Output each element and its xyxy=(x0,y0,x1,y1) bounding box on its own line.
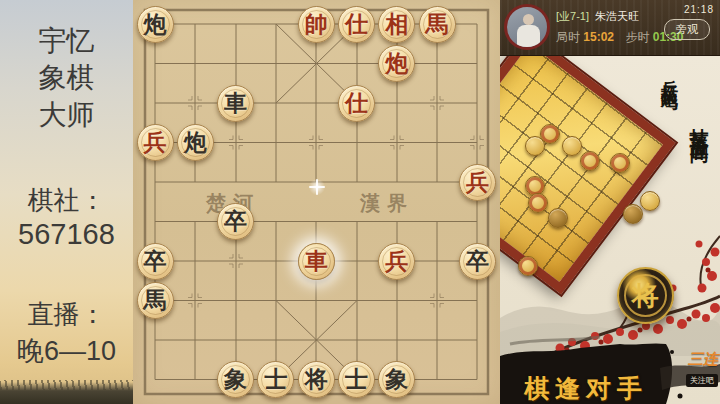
title-line-3: 大师 xyxy=(0,96,133,133)
spectate-button[interactable]: 旁观 xyxy=(664,19,710,40)
player-name: 朱浩天旺 xyxy=(595,10,639,22)
avatar-person-body xyxy=(517,25,540,49)
piece-red-兵-c8r4[interactable]: 兵 xyxy=(459,164,496,201)
calligraphy-inner: 兵挺炮鸣 xyxy=(658,66,681,86)
calligraphy-outer: 技艺盖世间 xyxy=(686,112,712,132)
decorative-poster: 兵挺炮鸣 技艺盖世间 将 棋逢对手 三连 关注吧 xyxy=(500,56,720,404)
avatar-person-head xyxy=(523,14,534,25)
club-number: 567168 xyxy=(0,218,133,251)
piece-black-士-c5r9[interactable]: 士 xyxy=(338,361,375,398)
piece-red-仕-c5r0[interactable]: 仕 xyxy=(338,6,375,43)
piece-red-相-c6r0[interactable]: 相 xyxy=(378,6,415,43)
piece-black-炮-c1r3[interactable]: 炮 xyxy=(177,124,214,161)
move-time-label: 步时 xyxy=(625,30,649,44)
piece-red-車-c4r6[interactable]: 車 xyxy=(298,243,335,280)
streamer-title: 宇忆 象棋 大师 xyxy=(0,22,133,133)
club-label: 棋社： xyxy=(0,183,133,218)
piece-black-卒-c8r6[interactable]: 卒 xyxy=(459,243,496,280)
game-time-label: 局时 xyxy=(556,30,580,44)
piece-red-仕-c5r2[interactable]: 仕 xyxy=(338,85,375,122)
piece-red-兵-c0r3[interactable]: 兵 xyxy=(137,124,174,161)
grass-silhouette xyxy=(0,382,133,404)
system-clock: 21:18 xyxy=(684,4,714,15)
piece-black-象-c2r9[interactable]: 象 xyxy=(217,361,254,398)
sparkle-effect xyxy=(309,179,325,195)
xiangqi-board[interactable]: 楚河 漢界 炮帥仕相馬炮車仕兵炮兵卒卒車兵卒馬象士将士象 xyxy=(133,0,500,404)
stream-watermark: 三连 关注吧 xyxy=(686,350,718,387)
player-rank: [业7-1] xyxy=(556,10,589,22)
stream-screenshot: 宇忆 象棋 大师 棋社： 567168 直播： 晚6—10 xyxy=(0,0,720,404)
piece-black-将-c4r9[interactable]: 将 xyxy=(298,361,335,398)
river-label-han: 漢界 xyxy=(342,190,432,217)
piece-black-車-c2r2[interactable]: 車 xyxy=(217,85,254,122)
title-line-2: 象棋 xyxy=(0,59,133,96)
live-time: 晚6—10 xyxy=(0,333,133,369)
right-panel: [业7-1] 朱浩天旺 局时 15:02 步时 01:30 21:18 旁观 xyxy=(500,0,720,404)
watermark-line2: 关注吧 xyxy=(686,374,718,387)
player-name-line: [业7-1] 朱浩天旺 xyxy=(556,9,639,24)
opponent-info-bar: [业7-1] 朱浩天旺 局时 15:02 步时 01:30 21:18 旁观 xyxy=(500,0,720,56)
piece-black-馬-c0r7[interactable]: 馬 xyxy=(137,282,174,319)
piece-black-卒-c2r5[interactable]: 卒 xyxy=(217,203,254,240)
piece-black-炮-c0r0[interactable]: 炮 xyxy=(137,6,174,43)
game-time-value: 15:02 xyxy=(583,30,614,44)
piece-red-馬-c7r0[interactable]: 馬 xyxy=(419,6,456,43)
general-piece-decoration: 将 xyxy=(617,267,674,324)
live-label: 直播： xyxy=(0,297,133,332)
title-line-1: 宇忆 xyxy=(0,22,133,59)
piece-black-卒-c0r6[interactable]: 卒 xyxy=(137,243,174,280)
banner-slogan: 棋逢对手 xyxy=(506,372,666,404)
watermark-line1: 三连 xyxy=(686,350,718,369)
piece-red-帥-c4r0[interactable]: 帥 xyxy=(298,6,335,43)
left-sidebar: 宇忆 象棋 大师 棋社： 567168 直播： 晚6—10 xyxy=(0,0,133,404)
avatar[interactable] xyxy=(504,4,550,50)
piece-red-兵-c6r6[interactable]: 兵 xyxy=(378,243,415,280)
